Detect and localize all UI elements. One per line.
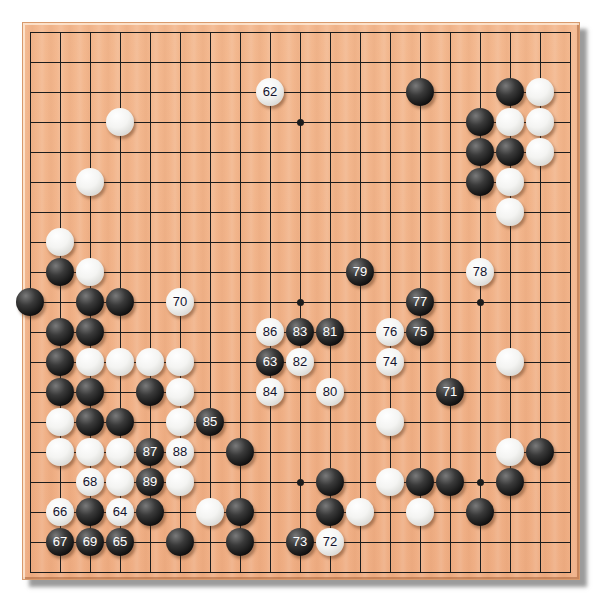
stone-white-78: 78 [466, 258, 494, 286]
stone-black [526, 438, 554, 466]
stone-white [496, 438, 524, 466]
stone-white-62: 62 [256, 78, 284, 106]
stone-black-81: 81 [316, 318, 344, 346]
stone-white [526, 108, 554, 136]
stone-black [136, 378, 164, 406]
go-diagram-page: 6279787077868381767563827484807185878868… [0, 0, 600, 600]
star-point [297, 479, 304, 486]
stone-white [376, 408, 404, 436]
stone-black-75: 75 [406, 318, 434, 346]
stone-white [106, 468, 134, 496]
stone-white [496, 168, 524, 196]
stone-white-82: 82 [286, 348, 314, 376]
stone-white [166, 348, 194, 376]
stone-black [496, 468, 524, 496]
stone-black [466, 108, 494, 136]
stone-black-89: 89 [136, 468, 164, 496]
stone-white [76, 438, 104, 466]
stone-white-84: 84 [256, 378, 284, 406]
stone-black-63: 63 [256, 348, 284, 376]
stone-white [46, 408, 74, 436]
stone-black [46, 318, 74, 346]
stone-black-79: 79 [346, 258, 374, 286]
stone-black-73: 73 [286, 528, 314, 556]
stone-white [376, 468, 404, 496]
stone-black [46, 348, 74, 376]
stone-white [406, 498, 434, 526]
stone-black [166, 528, 194, 556]
stone-white [346, 498, 374, 526]
star-point [297, 299, 304, 306]
stone-black [316, 498, 344, 526]
stone-black-85: 85 [196, 408, 224, 436]
stone-white [76, 348, 104, 376]
stone-black [76, 288, 104, 316]
stone-black [466, 138, 494, 166]
stone-white [166, 378, 194, 406]
stone-black [496, 78, 524, 106]
stone-white-68: 68 [76, 468, 104, 496]
stone-black [496, 138, 524, 166]
stone-black [406, 78, 434, 106]
stone-black [136, 498, 164, 526]
stone-white [496, 348, 524, 376]
stone-white [496, 198, 524, 226]
stone-white [136, 348, 164, 376]
stone-black [466, 168, 494, 196]
stone-white-64: 64 [106, 498, 134, 526]
stone-white [106, 348, 134, 376]
stone-black [76, 318, 104, 346]
stone-white-72: 72 [316, 528, 344, 556]
stone-white [46, 438, 74, 466]
stone-white-88: 88 [166, 438, 194, 466]
stone-black [46, 258, 74, 286]
stone-black-69: 69 [76, 528, 104, 556]
stone-black [76, 498, 104, 526]
stone-white [196, 498, 224, 526]
stone-black [76, 408, 104, 436]
star-point [297, 119, 304, 126]
stone-white-76: 76 [376, 318, 404, 346]
stone-white [106, 438, 134, 466]
stone-black [436, 468, 464, 496]
star-point [477, 299, 484, 306]
stone-black [466, 498, 494, 526]
go-board[interactable]: 6279787077868381767563827484807185878868… [22, 22, 580, 580]
stone-black-65: 65 [106, 528, 134, 556]
stone-black [226, 528, 254, 556]
stone-white-86: 86 [256, 318, 284, 346]
stone-black-71: 71 [436, 378, 464, 406]
stone-black [76, 378, 104, 406]
stone-white-66: 66 [46, 498, 74, 526]
star-point [477, 479, 484, 486]
stone-white [166, 468, 194, 496]
stone-black [46, 378, 74, 406]
stone-black-87: 87 [136, 438, 164, 466]
stone-black [316, 468, 344, 496]
stone-black-77: 77 [406, 288, 434, 316]
stone-black [16, 288, 44, 316]
stone-black [226, 498, 254, 526]
stone-black [106, 288, 134, 316]
stone-black-83: 83 [286, 318, 314, 346]
stone-white [76, 168, 104, 196]
stone-white [76, 258, 104, 286]
stone-white [496, 108, 524, 136]
stone-white-80: 80 [316, 378, 344, 406]
stone-white-74: 74 [376, 348, 404, 376]
stone-white [526, 78, 554, 106]
stone-white [526, 138, 554, 166]
stone-black [406, 468, 434, 496]
stone-white [106, 108, 134, 136]
stone-white [46, 228, 74, 256]
stone-black-67: 67 [46, 528, 74, 556]
stone-black [106, 408, 134, 436]
stone-white-70: 70 [166, 288, 194, 316]
stone-black [226, 438, 254, 466]
stone-white [166, 408, 194, 436]
